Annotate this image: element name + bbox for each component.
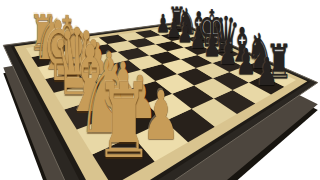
piece-white-queen-d1: ♛ bbox=[44, 18, 111, 110]
piece-white-pawn-c2: ♟ bbox=[90, 56, 157, 109]
piece-black-rook-a8: ♜ bbox=[246, 38, 313, 85]
piece-black-bishop-f8: ♝ bbox=[166, 6, 233, 46]
piece-white-pawn-e2: ♟ bbox=[64, 37, 131, 81]
piece-black-pawn-b7: ♟ bbox=[213, 44, 280, 80]
piece-black-knight-g8: ♞ bbox=[154, 4, 221, 40]
piece-white-bishop-c1: ♝ bbox=[56, 35, 123, 127]
piece-black-bishop-c8: ♝ bbox=[208, 20, 275, 67]
piece-black-pawn-g7: ♟ bbox=[140, 15, 207, 41]
piece-black-pawn-a7: ♟ bbox=[233, 52, 300, 91]
piece-black-king-e8: ♚ bbox=[178, 3, 245, 53]
piece-white-pawn-g2: ♟ bbox=[44, 23, 111, 60]
chess-pieces-layer: ♜♞♝♛♚♝♞♜♟♟♟♟♟♟♟♟♟♟♟♟♟♟♟♟♜♞♝♛♚♝♞♜ bbox=[0, 0, 320, 180]
piece-white-bishop-f1: ♝ bbox=[24, 12, 91, 79]
piece-black-knight-b8: ♞ bbox=[226, 27, 293, 76]
piece-black-pawn-c7: ♟ bbox=[195, 37, 262, 70]
piece-black-queen-d8: ♛ bbox=[193, 11, 260, 61]
piece-white-pawn-a2: ♟ bbox=[127, 82, 194, 150]
piece-black-pawn-d7: ♟ bbox=[179, 30, 246, 61]
piece-white-knight-g1: ♞ bbox=[17, 9, 84, 68]
piece-black-pawn-h7: ♟ bbox=[130, 10, 197, 35]
piece-black-pawn-e7: ♟ bbox=[165, 24, 232, 53]
piece-white-pawn-d2: ♟ bbox=[76, 46, 143, 94]
piece-white-knight-b1: ♞ bbox=[71, 48, 138, 148]
piece-black-rook-h8: ♜ bbox=[143, 3, 210, 34]
piece-white-rook-a1: ♜ bbox=[90, 70, 157, 174]
piece-white-pawn-h2: ♟ bbox=[36, 17, 103, 52]
piece-white-pawn-f2: ♟ bbox=[53, 29, 120, 69]
piece-white-rook-h1: ♜ bbox=[10, 8, 77, 57]
piece-white-pawn-b2: ♟ bbox=[107, 68, 174, 127]
chess-set-photo: ♜♞♝♛♚♝♞♜♟♟♟♟♟♟♟♟♟♟♟♟♟♟♟♟♜♞♝♛♚♝♞♜ bbox=[0, 0, 320, 180]
piece-black-pawn-f7: ♟ bbox=[152, 19, 219, 47]
piece-white-king-e1: ♚ bbox=[33, 6, 100, 95]
